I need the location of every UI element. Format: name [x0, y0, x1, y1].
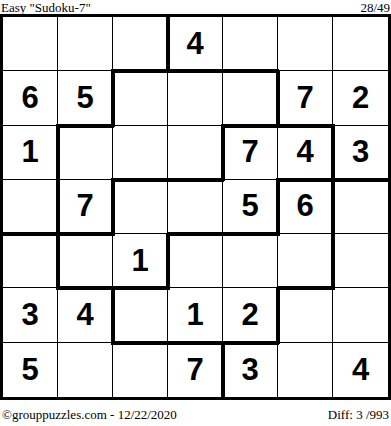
cell-r2c6: 7 [278, 71, 333, 125]
cell-r1c2[interactable] [58, 17, 113, 71]
region-border-segment [56, 178, 60, 235]
cell-r7c3[interactable] [113, 343, 168, 397]
cell-r7c4: 7 [168, 343, 223, 397]
region-border-segment [221, 69, 279, 73]
region-border-segment [111, 178, 115, 235]
cell-r1c1[interactable] [3, 17, 58, 71]
cell-r1c7[interactable] [333, 17, 388, 71]
cell-r2c3[interactable] [113, 71, 168, 125]
cell-r6c1: 3 [3, 288, 58, 342]
cell-r1c5[interactable] [223, 17, 278, 71]
cell-r4c1[interactable] [3, 180, 58, 234]
cell-r4c5: 5 [223, 180, 278, 234]
cell-r5c4[interactable] [168, 234, 223, 288]
cell-r6c6[interactable] [278, 288, 333, 342]
region-border-segment [56, 232, 114, 236]
cell-r3c1: 1 [3, 126, 58, 180]
region-border-segment [111, 341, 169, 345]
region-border-segment [167, 69, 225, 73]
cell-r4c6: 6 [278, 180, 333, 234]
region-border-segment [56, 233, 60, 290]
region-border-segment [277, 124, 335, 128]
region-border-segment [111, 287, 115, 344]
cell-r4c3[interactable] [113, 180, 168, 234]
remaining-counter: 28/49 [360, 1, 390, 14]
region-border-segment [276, 178, 280, 235]
region-border-segment [111, 69, 169, 73]
sudoku-page: Easy "Sudoku-7" 28/49 465721743756134125… [0, 0, 391, 426]
footer: ©grouppuzzles.com - 12/22/2020 Diff: 3 /… [0, 400, 391, 426]
region-border-segment [56, 124, 114, 128]
region-border-segment [111, 70, 115, 127]
cell-r4c4[interactable] [168, 180, 223, 234]
cell-r5c2[interactable] [58, 234, 113, 288]
cell-r5c3: 1 [113, 234, 168, 288]
region-border-segment [276, 287, 280, 344]
cell-r5c1[interactable] [3, 234, 58, 288]
region-border-segment [166, 16, 170, 73]
cell-r7c6[interactable] [278, 343, 333, 397]
region-border-segment [56, 124, 60, 181]
region-border-segment [277, 286, 335, 290]
footer-copyright: ©grouppuzzles.com - 12/22/2020 [2, 407, 177, 423]
cell-r3c6: 4 [278, 126, 333, 180]
region-border-segment [331, 178, 335, 235]
region-border-segment [221, 124, 279, 128]
cell-r2c1: 6 [3, 71, 58, 125]
region-border-segment [332, 178, 390, 182]
cell-r4c2: 7 [58, 180, 113, 234]
cell-r3c3[interactable] [113, 126, 168, 180]
region-border-segment [56, 286, 114, 290]
cell-r6c2: 4 [58, 288, 113, 342]
header: Easy "Sudoku-7" 28/49 [0, 0, 391, 14]
cell-r7c7: 4 [333, 343, 388, 397]
cell-r2c2: 5 [58, 71, 113, 125]
sudoku-board: 465721743756134125734 [0, 14, 391, 400]
cell-r2c7: 2 [333, 71, 388, 125]
region-border-segment [221, 124, 225, 181]
cell-r4c7[interactable] [333, 180, 388, 234]
region-border-segment [276, 70, 280, 127]
cell-r6c5: 2 [223, 288, 278, 342]
cell-r6c3[interactable] [113, 288, 168, 342]
cell-r3c5: 7 [223, 126, 278, 180]
region-border-segment [221, 341, 225, 398]
region-border-segment [221, 232, 279, 236]
footer-difficulty: Diff: 3 /993 [328, 407, 389, 423]
region-border-segment [166, 233, 170, 290]
cell-r3c7: 3 [333, 126, 388, 180]
region-border-segment [331, 233, 335, 290]
cell-r5c6[interactable] [278, 234, 333, 288]
region-border-segment [331, 124, 335, 181]
cell-r2c5[interactable] [223, 71, 278, 125]
region-border-segment [111, 178, 169, 182]
cell-r1c6[interactable] [278, 17, 333, 71]
cell-r3c4[interactable] [168, 126, 223, 180]
cell-r5c5[interactable] [223, 234, 278, 288]
cell-r7c5: 3 [223, 343, 278, 397]
region-border-segment [277, 178, 335, 182]
page-title: Easy "Sudoku-7" [1, 1, 91, 14]
region-border-segment [167, 232, 225, 236]
cell-r5c7[interactable] [333, 234, 388, 288]
region-border-segment [111, 286, 169, 290]
cell-r7c1: 5 [3, 343, 58, 397]
cell-r2c4[interactable] [168, 71, 223, 125]
cell-r1c4: 4 [168, 17, 223, 71]
region-border-segment [2, 232, 60, 236]
cell-r3c2[interactable] [58, 126, 113, 180]
region-border-segment [167, 341, 225, 345]
cell-r6c4: 1 [168, 288, 223, 342]
cell-r6c7[interactable] [333, 288, 388, 342]
cell-r7c2[interactable] [58, 343, 113, 397]
region-border-segment [167, 178, 225, 182]
cell-r1c3[interactable] [113, 17, 168, 71]
region-border-segment [221, 341, 279, 345]
